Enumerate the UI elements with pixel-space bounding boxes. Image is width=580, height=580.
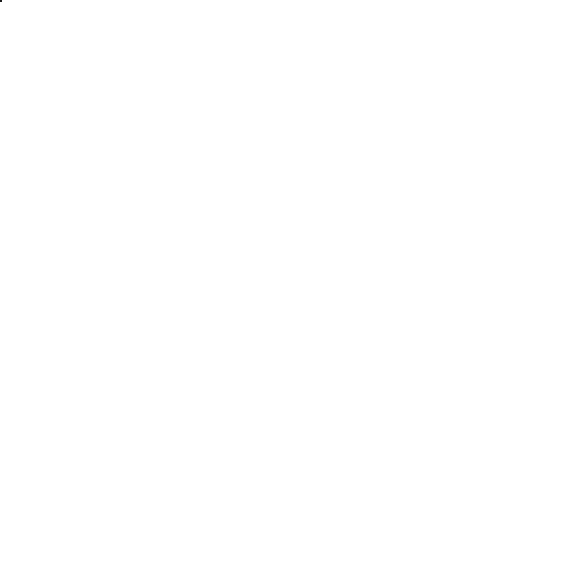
board-intersections[interactable]: [0, 0, 532, 532]
go-board: [0, 0, 580, 580]
